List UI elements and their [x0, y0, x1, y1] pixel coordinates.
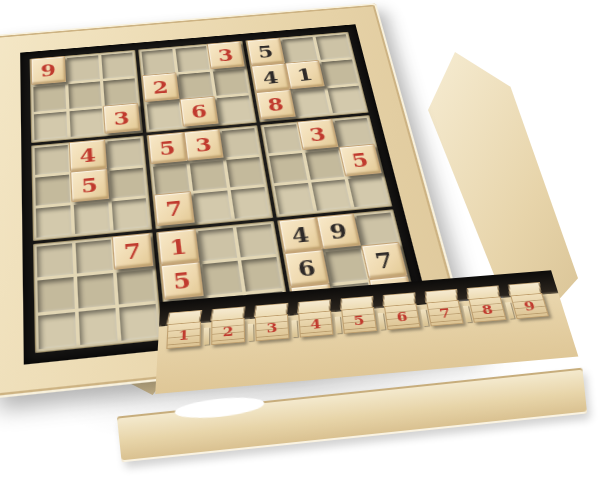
tile-digit: 9 [40, 61, 56, 79]
cell-r8c8[interactable] [325, 249, 367, 283]
stack-digit: 4 [310, 316, 322, 332]
cell-r8c7[interactable]: 6 [287, 252, 328, 286]
tile-r3c3-digit-3[interactable]: 3 [103, 103, 141, 134]
cell-r3c7[interactable]: 8 [258, 92, 295, 120]
cell-r2c5[interactable] [179, 72, 214, 99]
cell-r3c8[interactable] [293, 89, 330, 117]
tile-digit: 1 [295, 65, 314, 83]
cell-r3c2[interactable] [70, 108, 104, 136]
tile-digit: 2 [152, 78, 169, 96]
cell-r6c2[interactable] [74, 202, 110, 234]
cell-r4c4[interactable]: 5 [150, 135, 186, 164]
cell-r7c6[interactable] [236, 224, 276, 257]
cell-r5c3[interactable] [109, 168, 145, 199]
cell-r4c9[interactable] [335, 118, 373, 147]
tile-digit: 3 [113, 109, 130, 128]
stack-front-face: 3 [255, 314, 289, 341]
cell-r4c6[interactable] [222, 128, 259, 157]
cell-r5c2[interactable]: 5 [72, 171, 108, 202]
cell-r2c6[interactable] [213, 69, 248, 96]
cell-r2c9[interactable] [321, 59, 358, 86]
tile-r1c7-digit-5[interactable]: 5 [246, 38, 285, 66]
tile-digit: 5 [158, 138, 176, 158]
cell-r8c9[interactable]: 7 [364, 245, 406, 279]
cell-r1c3[interactable] [101, 52, 134, 78]
cell-r8c1[interactable] [37, 277, 75, 313]
tile-digit: 8 [266, 95, 285, 114]
tile-digit: 6 [190, 102, 208, 121]
drawer-stack-2[interactable]: 2 [211, 306, 245, 345]
cell-r9c2[interactable] [79, 308, 118, 345]
cell-r1c2[interactable] [67, 55, 100, 81]
tile-digit: 7 [373, 249, 395, 272]
tile-r2c8-digit-1[interactable]: 1 [285, 60, 325, 89]
cell-r5c9[interactable]: 5 [341, 146, 380, 176]
cell-r2c2[interactable] [68, 81, 101, 108]
tile-r3c7-digit-8[interactable]: 8 [256, 89, 296, 120]
tile-r4c8-digit-3[interactable]: 3 [297, 118, 339, 150]
tile-r8c7-digit-6[interactable]: 6 [284, 249, 329, 287]
stack-digit: 6 [396, 309, 409, 325]
cell-r7c3[interactable]: 7 [114, 236, 152, 270]
stack-digit: 9 [522, 298, 537, 313]
cell-r4c5[interactable]: 3 [186, 131, 222, 160]
cell-r7c8[interactable]: 9 [319, 216, 360, 249]
cell-r4c2[interactable]: 4 [71, 142, 106, 172]
cell-r5c4[interactable] [153, 164, 190, 195]
cell-r6c5[interactable] [193, 190, 231, 222]
cell-r1c7[interactable]: 5 [249, 40, 284, 66]
cell-r5c8[interactable] [305, 150, 344, 180]
tile-digit: 3 [217, 46, 235, 64]
stack-digit: 8 [480, 302, 494, 317]
tile-r8c4-digit-5[interactable]: 5 [160, 261, 203, 299]
tile-digit: 5 [81, 175, 99, 196]
tile-r7c3-digit-7[interactable]: 7 [112, 233, 154, 270]
drawer-stack-1[interactable]: 1 [166, 310, 201, 349]
tile-r4c5-digit-3[interactable]: 3 [184, 129, 224, 161]
stack-digit: 1 [178, 327, 190, 343]
stack-front-face: 7 [426, 300, 463, 326]
cell-r2c1[interactable] [33, 84, 66, 111]
tile-r3c5-digit-6[interactable]: 6 [180, 96, 219, 127]
cell-r2c3[interactable] [103, 78, 137, 105]
tile-digit: 4 [290, 224, 311, 246]
cell-r7c9[interactable] [356, 213, 397, 246]
cell-r5c1[interactable] [35, 175, 70, 206]
cell-r3c6[interactable] [217, 95, 253, 123]
cell-r2c7[interactable]: 4 [253, 65, 289, 92]
cell-r1c6[interactable]: 3 [209, 43, 244, 69]
drawer-stack-5[interactable]: 5 [340, 296, 377, 334]
cell-r8c6[interactable] [241, 257, 282, 292]
cell-r6c8[interactable] [311, 179, 351, 210]
product-photo-scene: 9352413684533557714956715 123456789 [0, 0, 600, 480]
stack-digit: 7 [438, 305, 452, 321]
tile-r7c8-digit-9[interactable]: 9 [316, 213, 361, 249]
cell-r4c1[interactable] [35, 145, 69, 175]
stack-front-face: 6 [384, 303, 421, 330]
tile-digit: 9 [328, 220, 349, 242]
tile-digit: 7 [165, 198, 184, 220]
stack-digit: 2 [223, 323, 234, 339]
cell-r8c2[interactable] [77, 273, 115, 308]
cell-r6c4[interactable]: 7 [156, 194, 194, 226]
cell-r2c8[interactable]: 1 [287, 62, 323, 89]
cell-r9c1[interactable] [38, 312, 76, 349]
tile-digit: 5 [350, 150, 371, 170]
cell-r3c3[interactable]: 3 [105, 105, 139, 133]
cell-r3c5[interactable]: 6 [182, 98, 218, 126]
tile-r2c4-digit-2[interactable]: 2 [142, 72, 180, 102]
tile-digit: 3 [308, 124, 328, 144]
cell-r5c7[interactable] [269, 153, 307, 183]
cell-r6c9[interactable] [348, 176, 388, 207]
tile-r5c9-digit-5[interactable]: 5 [338, 144, 381, 177]
cell-r1c5[interactable] [175, 46, 209, 72]
stack-digit: 5 [353, 312, 366, 328]
drawer-stack-3[interactable]: 3 [255, 303, 290, 341]
cell-r7c2[interactable] [76, 240, 113, 274]
cell-r3c4[interactable] [147, 102, 182, 130]
tile-r7c4-digit-1[interactable]: 1 [157, 228, 199, 265]
tile-r5c2-digit-5[interactable]: 5 [70, 168, 109, 202]
cell-r5c6[interactable] [226, 157, 264, 187]
cell-r1c8[interactable] [282, 37, 317, 63]
cell-r6c3[interactable] [112, 198, 149, 230]
slot-divider [248, 324, 254, 341]
drawer-stack-4[interactable]: 4 [297, 299, 333, 337]
cell-r7c4[interactable]: 1 [160, 231, 199, 265]
drawer-stack-6[interactable]: 6 [382, 292, 420, 330]
cell-r4c7[interactable] [264, 124, 301, 153]
cell-r8c4[interactable]: 5 [163, 265, 202, 300]
stack-front-face: 9 [510, 293, 549, 319]
tile-digit: 3 [194, 135, 212, 155]
cell-r8c5[interactable] [202, 261, 242, 296]
stack-front-face: 8 [468, 296, 506, 322]
cell-r3c9[interactable] [327, 86, 364, 114]
cell-r9c3[interactable] [119, 304, 159, 341]
tile-digit: 6 [296, 256, 317, 279]
cell-r3c1[interactable] [34, 112, 68, 141]
tile-r8c9-digit-7[interactable]: 7 [361, 242, 408, 280]
slot-divider [204, 327, 210, 344]
cell-r7c7[interactable]: 4 [281, 220, 321, 253]
cell-r6c7[interactable] [274, 183, 313, 214]
tile-r7c7-digit-4[interactable]: 4 [278, 217, 322, 253]
tile-r2c7-digit-4[interactable]: 4 [251, 63, 290, 92]
cell-r8c3[interactable] [117, 269, 156, 304]
tile-digit: 1 [168, 235, 187, 258]
slot-divider [291, 320, 297, 337]
cell-r6c1[interactable] [36, 205, 72, 237]
stack-front-face: 2 [211, 318, 245, 345]
tile-r4c4-digit-5[interactable]: 5 [148, 132, 187, 164]
tile-r1c1-digit-9[interactable]: 9 [31, 56, 66, 85]
cell-r4c3[interactable] [107, 138, 142, 168]
stack-digit: 3 [266, 320, 278, 336]
cell-r2c4[interactable]: 2 [144, 75, 178, 102]
tile-r1c6-digit-3[interactable]: 3 [207, 41, 245, 69]
cell-r1c1[interactable]: 9 [33, 58, 65, 84]
cell-r7c5[interactable] [198, 228, 237, 261]
stack-front-face: 5 [341, 307, 377, 334]
cell-r1c4[interactable] [142, 49, 176, 75]
tile-digit: 4 [261, 68, 279, 86]
tile-digit: 4 [79, 145, 96, 165]
tile-digit: 7 [123, 240, 142, 263]
stack-front-face: 1 [166, 321, 201, 348]
tile-digit: 5 [257, 43, 275, 60]
tile-digit: 5 [172, 269, 192, 293]
cell-r1c9[interactable] [316, 34, 352, 60]
stack-front-face: 4 [298, 311, 333, 338]
cell-r4c8[interactable]: 3 [299, 121, 337, 150]
cell-r6c6[interactable] [231, 187, 270, 219]
tile-r6c4-digit-7[interactable]: 7 [153, 191, 194, 226]
cell-r5c5[interactable] [190, 160, 227, 191]
cell-r7c1[interactable] [37, 243, 74, 277]
tile-r4c2-digit-4[interactable]: 4 [69, 139, 107, 172]
